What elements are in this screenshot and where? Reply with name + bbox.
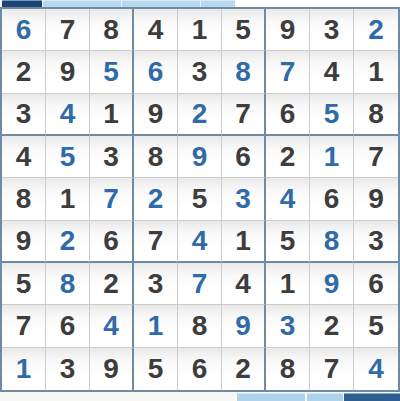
cell-r2c1[interactable]: 2 <box>2 51 46 93</box>
cell-r2c8[interactable]: 4 <box>310 51 354 93</box>
cell-r5c6[interactable]: 3 <box>222 178 266 220</box>
cell-r2c2[interactable]: 9 <box>46 51 90 93</box>
cell-r7c5[interactable]: 7 <box>178 263 222 305</box>
cell-r7c2[interactable]: 8 <box>46 263 90 305</box>
cell-r7c4[interactable]: 3 <box>134 263 178 305</box>
cell-r5c1[interactable]: 8 <box>2 178 46 220</box>
cell-r5c7[interactable]: 4 <box>266 178 310 220</box>
cell-r7c3[interactable]: 2 <box>90 263 134 305</box>
footer-active-button-partial[interactable] <box>344 393 400 401</box>
cell-r6c1[interactable]: 9 <box>2 221 46 263</box>
cell-r8c5[interactable]: 8 <box>178 305 222 347</box>
toolbar-button-divider <box>121 1 122 7</box>
cell-r5c3[interactable]: 7 <box>90 178 134 220</box>
cell-r2c9[interactable]: 1 <box>354 51 398 93</box>
cell-r6c7[interactable]: 5 <box>266 221 310 263</box>
cell-r8c6[interactable]: 9 <box>222 305 266 347</box>
cell-r3c4[interactable]: 9 <box>134 94 178 136</box>
footer-button-partial[interactable] <box>307 393 343 401</box>
cell-r9c2[interactable]: 3 <box>46 348 90 390</box>
cell-r4c5[interactable]: 9 <box>178 136 222 178</box>
bottom-toolbar-partial <box>0 392 400 401</box>
cell-r2c5[interactable]: 3 <box>178 51 222 93</box>
cell-r2c6[interactable]: 8 <box>222 51 266 93</box>
cell-r9c4[interactable]: 5 <box>134 348 178 390</box>
cell-r3c1[interactable]: 3 <box>2 94 46 136</box>
cell-r5c4[interactable]: 2 <box>134 178 178 220</box>
cell-r9c3[interactable]: 9 <box>90 348 134 390</box>
cell-r6c4[interactable]: 7 <box>134 221 178 263</box>
cell-r1c2[interactable]: 7 <box>46 9 90 51</box>
cell-r9c9[interactable]: 4 <box>354 348 398 390</box>
cell-r4c3[interactable]: 3 <box>90 136 134 178</box>
cell-r1c7[interactable]: 9 <box>266 9 310 51</box>
cell-r2c3[interactable]: 5 <box>90 51 134 93</box>
cell-r7c1[interactable]: 5 <box>2 263 46 305</box>
cell-r7c8[interactable]: 9 <box>310 263 354 305</box>
toolbar-buttons-partial[interactable] <box>43 0 235 7</box>
cell-r5c9[interactable]: 9 <box>354 178 398 220</box>
cell-r8c1[interactable]: 7 <box>2 305 46 347</box>
cell-r6c5[interactable]: 4 <box>178 221 222 263</box>
cell-r1c9[interactable]: 2 <box>354 9 398 51</box>
cell-r4c9[interactable]: 7 <box>354 136 398 178</box>
cell-r4c7[interactable]: 2 <box>266 136 310 178</box>
cell-r1c1[interactable]: 6 <box>2 9 46 51</box>
cell-r6c8[interactable]: 8 <box>310 221 354 263</box>
cell-r5c8[interactable]: 6 <box>310 178 354 220</box>
cell-r8c2[interactable]: 6 <box>46 305 90 347</box>
cell-r3c2[interactable]: 4 <box>46 94 90 136</box>
cell-r3c6[interactable]: 7 <box>222 94 266 136</box>
cell-r6c9[interactable]: 3 <box>354 221 398 263</box>
cell-r3c9[interactable]: 8 <box>354 94 398 136</box>
cell-r3c7[interactable]: 6 <box>266 94 310 136</box>
cell-r6c3[interactable]: 6 <box>90 221 134 263</box>
cell-r9c6[interactable]: 2 <box>222 348 266 390</box>
cell-r3c8[interactable]: 5 <box>310 94 354 136</box>
cell-r9c5[interactable]: 6 <box>178 348 222 390</box>
cell-r8c4[interactable]: 1 <box>134 305 178 347</box>
cell-r1c8[interactable]: 3 <box>310 9 354 51</box>
cell-r8c3[interactable]: 4 <box>90 305 134 347</box>
cell-r1c6[interactable]: 5 <box>222 9 266 51</box>
cell-r1c4[interactable]: 4 <box>134 9 178 51</box>
cell-r6c2[interactable]: 2 <box>46 221 90 263</box>
cell-r8c9[interactable]: 5 <box>354 305 398 347</box>
cell-r5c5[interactable]: 5 <box>178 178 222 220</box>
footer-button-partial[interactable] <box>237 393 305 401</box>
cell-r9c1[interactable]: 1 <box>2 348 46 390</box>
toolbar-active-button-partial[interactable] <box>2 0 42 7</box>
cell-r5c2[interactable]: 1 <box>46 178 90 220</box>
cell-r7c9[interactable]: 6 <box>354 263 398 305</box>
cell-r3c3[interactable]: 1 <box>90 94 134 136</box>
cell-r2c7[interactable]: 7 <box>266 51 310 93</box>
cell-r4c2[interactable]: 5 <box>46 136 90 178</box>
cell-r6c6[interactable]: 1 <box>222 221 266 263</box>
sudoku-board: 6784159322956387413419276584538962178172… <box>0 7 400 392</box>
cell-r8c8[interactable]: 2 <box>310 305 354 347</box>
top-toolbar-partial <box>0 0 400 7</box>
cell-r7c6[interactable]: 4 <box>222 263 266 305</box>
cell-r1c5[interactable]: 1 <box>178 9 222 51</box>
cell-r4c8[interactable]: 1 <box>310 136 354 178</box>
cell-r4c1[interactable]: 4 <box>2 136 46 178</box>
cell-r9c8[interactable]: 7 <box>310 348 354 390</box>
toolbar-button-divider <box>200 1 201 7</box>
cell-r2c4[interactable]: 6 <box>134 51 178 93</box>
cell-r3c5[interactable]: 2 <box>178 94 222 136</box>
cell-r4c6[interactable]: 6 <box>222 136 266 178</box>
cell-r1c3[interactable]: 8 <box>90 9 134 51</box>
cell-r7c7[interactable]: 1 <box>266 263 310 305</box>
cell-r8c7[interactable]: 3 <box>266 305 310 347</box>
cell-r9c7[interactable]: 8 <box>266 348 310 390</box>
cell-r4c4[interactable]: 8 <box>134 136 178 178</box>
